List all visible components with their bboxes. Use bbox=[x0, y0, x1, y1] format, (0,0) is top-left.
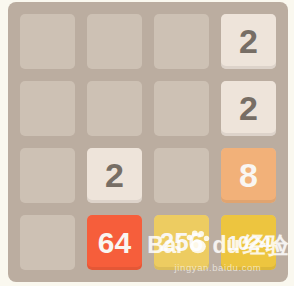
cell-r3c3 bbox=[154, 148, 209, 203]
cell-r2c4: 2 bbox=[221, 81, 276, 136]
cell-r2c1 bbox=[20, 81, 75, 136]
cell-r2c3 bbox=[154, 81, 209, 136]
cell-r3c1 bbox=[20, 148, 75, 203]
tile-256-r4c3: 256 bbox=[154, 215, 209, 270]
cell-r3c2: 2 bbox=[87, 148, 142, 203]
cell-r3c4: 8 bbox=[221, 148, 276, 203]
tile-2-r1c4: 2 bbox=[221, 14, 276, 69]
cell-r1c3 bbox=[154, 14, 209, 69]
cell-r4c1 bbox=[20, 215, 75, 270]
cell-r1c4: 2 bbox=[221, 14, 276, 69]
cell-r4c2: 64 bbox=[87, 215, 142, 270]
cell-r1c1 bbox=[20, 14, 75, 69]
tile-2-r2c4: 2 bbox=[221, 81, 276, 136]
2048-game-screen: 2228642561024 Bai du 经验 jingyan.baidu.co… bbox=[0, 0, 294, 286]
cell-r4c3: 256 bbox=[154, 215, 209, 270]
tile-64-r4c2: 64 bbox=[87, 215, 142, 270]
cell-r4c4: 1024 bbox=[221, 215, 276, 270]
tile-8-r3c4: 8 bbox=[221, 148, 276, 203]
tile-1024-r4c4: 1024 bbox=[221, 215, 276, 270]
board[interactable]: 2228642561024 bbox=[8, 2, 288, 282]
cell-r2c2 bbox=[87, 81, 142, 136]
tile-2-r3c2: 2 bbox=[87, 148, 142, 203]
cell-r1c2 bbox=[87, 14, 142, 69]
